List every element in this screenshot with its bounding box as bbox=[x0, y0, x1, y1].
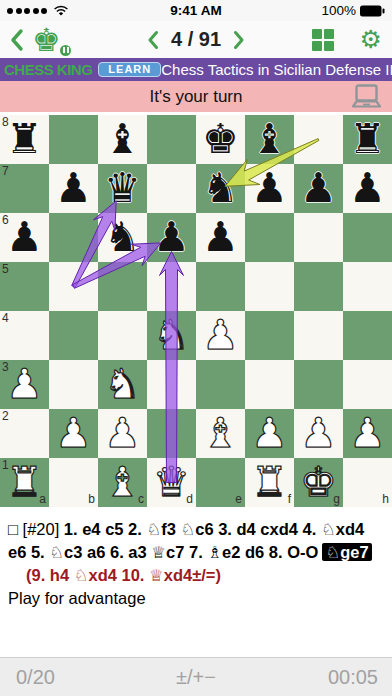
white-pawn-h2[interactable]: ♟ bbox=[343, 409, 392, 458]
file-label: b bbox=[88, 492, 95, 506]
black-rook-h8[interactable]: ♜ bbox=[343, 115, 392, 164]
black-knight-c6[interactable]: ♞ bbox=[98, 213, 147, 262]
square-f7[interactable]: ♟ bbox=[245, 164, 294, 213]
square-c8[interactable]: ♝ bbox=[98, 115, 147, 164]
pause-badge-icon bbox=[58, 43, 73, 58]
square-h5[interactable] bbox=[343, 262, 392, 311]
square-b4[interactable] bbox=[49, 311, 98, 360]
white-pawn-b2[interactable]: ♟ bbox=[49, 409, 98, 458]
square-a7[interactable]: 7 bbox=[0, 164, 49, 213]
white-pawn-e4[interactable]: ♟ bbox=[196, 311, 245, 360]
square-e8[interactable]: ♚ bbox=[196, 115, 245, 164]
square-d8[interactable] bbox=[147, 115, 196, 164]
computer-laptop-icon[interactable] bbox=[350, 84, 383, 110]
rank-label: 7 bbox=[2, 164, 9, 178]
square-a6[interactable]: 6♟ bbox=[0, 213, 49, 262]
square-h1[interactable]: h bbox=[343, 458, 392, 507]
white-bishop-e2[interactable]: ♝ bbox=[196, 409, 245, 458]
rank-label: 5 bbox=[2, 262, 9, 276]
square-e7[interactable]: ♞ bbox=[196, 164, 245, 213]
chess-king-wordmark: CHESS KING bbox=[4, 61, 92, 78]
file-label: h bbox=[382, 492, 389, 506]
bottom-status-bar: 0/20 ±/+− 00:05 bbox=[0, 657, 392, 696]
file-label: e bbox=[235, 492, 242, 506]
settings-gear-icon[interactable]: ⚙ bbox=[360, 27, 382, 52]
square-c7[interactable]: ♛ bbox=[98, 164, 147, 213]
square-b2[interactable]: ♟ bbox=[49, 409, 98, 458]
square-a8[interactable]: 8♜ bbox=[0, 115, 49, 164]
square-h4[interactable] bbox=[343, 311, 392, 360]
evaluation-text: ±/+− bbox=[0, 666, 392, 689]
square-e6[interactable]: ♟ bbox=[196, 213, 245, 262]
black-rook-a8[interactable]: ♜ bbox=[0, 115, 49, 164]
square-f3[interactable] bbox=[245, 360, 294, 409]
square-g2[interactable]: ♟ bbox=[294, 409, 343, 458]
black-bishop-c8[interactable]: ♝ bbox=[98, 115, 147, 164]
square-g6[interactable] bbox=[294, 213, 343, 262]
square-f5[interactable] bbox=[245, 262, 294, 311]
square-h6[interactable] bbox=[343, 213, 392, 262]
square-e1[interactable]: e bbox=[196, 458, 245, 507]
white-queen-d1[interactable]: ♛ bbox=[147, 458, 196, 507]
next-puzzle-chevron[interactable] bbox=[233, 30, 245, 50]
black-knight-e7[interactable]: ♞ bbox=[196, 164, 245, 213]
white-knight-c3[interactable]: ♞ bbox=[98, 360, 147, 409]
white-rook-f1[interactable]: ♜ bbox=[245, 458, 294, 507]
white-knight-d4[interactable]: ♞ bbox=[147, 311, 196, 360]
turn-status-text: It's your turn bbox=[149, 87, 242, 107]
rank-label: 2 bbox=[2, 409, 9, 423]
square-d5[interactable] bbox=[147, 262, 196, 311]
white-pawn-c2[interactable]: ♟ bbox=[98, 409, 147, 458]
black-pawn-f7[interactable]: ♟ bbox=[245, 164, 294, 213]
status-bar: 9:41 AM 100% bbox=[0, 0, 392, 21]
back-chevron-icon[interactable] bbox=[10, 28, 24, 52]
nav-bar: ♚ 4 / 91 ⚙ bbox=[0, 21, 392, 58]
square-g1[interactable]: g♚ bbox=[294, 458, 343, 507]
square-h7[interactable]: ♟ bbox=[343, 164, 392, 213]
square-a1[interactable]: 1a♜ bbox=[0, 458, 49, 507]
square-e2[interactable]: ♝ bbox=[196, 409, 245, 458]
chess-king-logo[interactable]: ♚ bbox=[32, 23, 68, 57]
square-e4[interactable]: ♟ bbox=[196, 311, 245, 360]
black-king-e8[interactable]: ♚ bbox=[196, 115, 245, 164]
square-c5[interactable] bbox=[98, 262, 147, 311]
square-h8[interactable]: ♜ bbox=[343, 115, 392, 164]
move-list: □ [#20] 1. e4 c5 2. ♘f3 ♘c6 3. d4 cxd4 4… bbox=[8, 518, 384, 564]
black-bishop-f8[interactable]: ♝ bbox=[245, 115, 294, 164]
square-c4[interactable] bbox=[98, 311, 147, 360]
square-g4[interactable] bbox=[294, 311, 343, 360]
current-move-highlight[interactable]: ♘ge7 bbox=[322, 543, 371, 561]
square-d6[interactable]: ♟ bbox=[147, 213, 196, 262]
white-bishop-c1[interactable]: ♝ bbox=[98, 458, 147, 507]
brand-bar: CHESS KING LEARN Chess Tactics in Sicili… bbox=[0, 58, 392, 81]
square-c2[interactable]: ♟ bbox=[98, 409, 147, 458]
puzzle-counter: 4 / 91 bbox=[171, 28, 221, 51]
square-f4[interactable] bbox=[245, 311, 294, 360]
turn-banner: It's your turn bbox=[0, 81, 392, 112]
variation-line: (9. h4 ♘xd4 10. ♕xd4±/=) bbox=[8, 564, 384, 587]
course-title: Chess Tactics in Sicilian Defense II bbox=[161, 61, 392, 78]
square-a5[interactable]: 5 bbox=[0, 262, 49, 311]
goal-text: Play for advantage bbox=[8, 587, 384, 610]
white-pawn-f2[interactable]: ♟ bbox=[245, 409, 294, 458]
square-b7[interactable]: ♟ bbox=[49, 164, 98, 213]
square-d1[interactable]: d♛ bbox=[147, 458, 196, 507]
square-d7[interactable] bbox=[147, 164, 196, 213]
rank-label: 4 bbox=[2, 311, 9, 325]
square-e5[interactable] bbox=[196, 262, 245, 311]
white-pawn-g2[interactable]: ♟ bbox=[294, 409, 343, 458]
square-b1[interactable]: b bbox=[49, 458, 98, 507]
white-rook-a1[interactable]: ♜ bbox=[0, 458, 49, 507]
square-g7[interactable]: ♟ bbox=[294, 164, 343, 213]
square-b5[interactable] bbox=[49, 262, 98, 311]
square-d3[interactable] bbox=[147, 360, 196, 409]
square-h3[interactable] bbox=[343, 360, 392, 409]
black-pawn-b7[interactable]: ♟ bbox=[49, 164, 98, 213]
square-b8[interactable] bbox=[49, 115, 98, 164]
chess-board: 8♜♝♚♝♜7♟♛♞♟♟♟6♟♞♟♟54♞♟3♟♞2♟♟♝♟♟♟1a♜bc♝d♛… bbox=[0, 115, 392, 507]
square-b3[interactable] bbox=[49, 360, 98, 409]
square-a2[interactable]: 2 bbox=[0, 409, 49, 458]
square-g8[interactable] bbox=[294, 115, 343, 164]
square-a3[interactable]: 3♟ bbox=[0, 360, 49, 409]
square-d2[interactable] bbox=[147, 409, 196, 458]
black-pawn-d6[interactable]: ♟ bbox=[147, 213, 196, 262]
white-king-g1[interactable]: ♚ bbox=[294, 458, 343, 507]
square-e3[interactable] bbox=[196, 360, 245, 409]
puzzle-grid-icon[interactable] bbox=[312, 29, 334, 51]
square-g5[interactable] bbox=[294, 262, 343, 311]
learn-badge: LEARN bbox=[98, 62, 161, 77]
square-d4[interactable]: ♞ bbox=[147, 311, 196, 360]
square-c1[interactable]: c♝ bbox=[98, 458, 147, 507]
app-screen: 9:41 AM 100% ♚ 4 / 91 bbox=[0, 0, 392, 696]
square-c6[interactable]: ♞ bbox=[98, 213, 147, 262]
black-pawn-h7[interactable]: ♟ bbox=[343, 164, 392, 213]
square-h2[interactable]: ♟ bbox=[343, 409, 392, 458]
notation-panel: □ [#20] 1. e4 c5 2. ♘f3 ♘c6 3. d4 cxd4 4… bbox=[0, 507, 392, 610]
prev-puzzle-chevron[interactable] bbox=[147, 30, 159, 50]
black-pawn-e6[interactable]: ♟ bbox=[196, 213, 245, 262]
square-g3[interactable] bbox=[294, 360, 343, 409]
square-a4[interactable]: 4 bbox=[0, 311, 49, 360]
square-b6[interactable] bbox=[49, 213, 98, 262]
puzzle-number: □ [#20] bbox=[8, 520, 64, 538]
black-pawn-a6[interactable]: ♟ bbox=[0, 213, 49, 262]
black-queen-c7[interactable]: ♛ bbox=[98, 164, 147, 213]
black-pawn-g7[interactable]: ♟ bbox=[294, 164, 343, 213]
square-f8[interactable]: ♝ bbox=[245, 115, 294, 164]
clock-time: 9:41 AM bbox=[0, 3, 392, 18]
square-f2[interactable]: ♟ bbox=[245, 409, 294, 458]
square-f6[interactable] bbox=[245, 213, 294, 262]
white-pawn-a3[interactable]: ♟ bbox=[0, 360, 49, 409]
square-c3[interactable]: ♞ bbox=[98, 360, 147, 409]
square-f1[interactable]: f♜ bbox=[245, 458, 294, 507]
